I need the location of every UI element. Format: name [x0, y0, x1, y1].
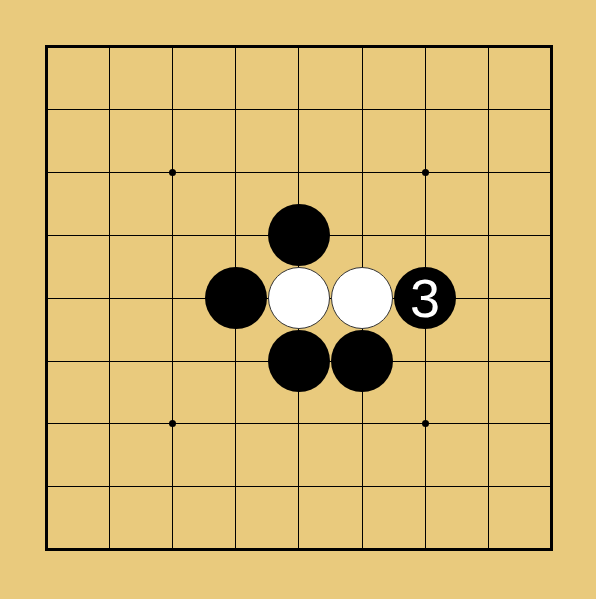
- black-stone[interactable]: [331, 330, 393, 392]
- black-stone[interactable]: 3: [394, 267, 456, 329]
- stones-grid[interactable]: 3: [15, 15, 583, 581]
- black-stone[interactable]: [268, 204, 330, 266]
- white-stone[interactable]: [331, 267, 393, 329]
- move-number-label: 3: [410, 271, 440, 325]
- black-stone[interactable]: [205, 267, 267, 329]
- black-stone[interactable]: [268, 330, 330, 392]
- go-board-diagram: 3: [0, 0, 596, 599]
- white-stone[interactable]: [268, 267, 330, 329]
